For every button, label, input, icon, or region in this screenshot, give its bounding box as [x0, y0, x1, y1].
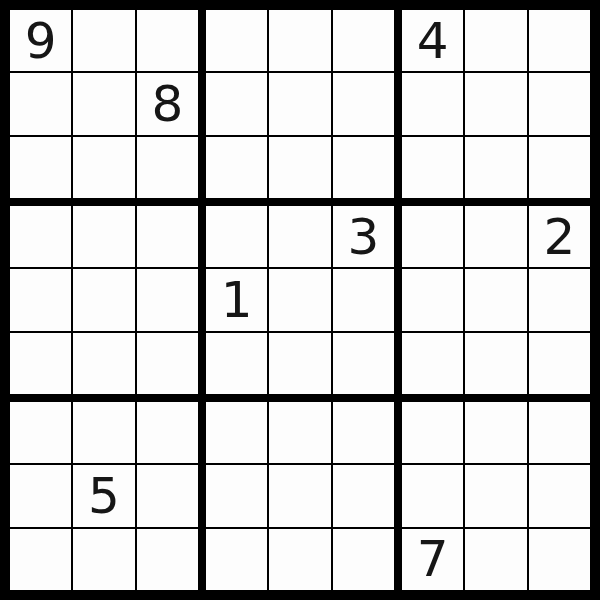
cell-r7c7[interactable]: [402, 402, 463, 463]
cell-r5c3[interactable]: [137, 269, 198, 330]
cell-r8c7[interactable]: [402, 465, 463, 526]
cell-r7c2[interactable]: [73, 402, 134, 463]
cell-r8c1[interactable]: [10, 465, 71, 526]
cell-r9c8[interactable]: [465, 529, 526, 590]
cell-r4c9[interactable]: 2: [529, 206, 590, 267]
cell-r1c6[interactable]: [333, 10, 394, 71]
cell-r4c7[interactable]: [402, 206, 463, 267]
cell-r4c8[interactable]: [465, 206, 526, 267]
given-digit: 9: [25, 16, 57, 66]
cell-r2c2[interactable]: [73, 73, 134, 134]
cell-r1c5[interactable]: [269, 10, 330, 71]
cell-r9c6[interactable]: [333, 529, 394, 590]
cell-r1c7[interactable]: 4: [402, 10, 463, 71]
cell-r2c3[interactable]: 8: [137, 73, 198, 134]
cell-r6c3[interactable]: [137, 333, 198, 394]
cell-r2c8[interactable]: [465, 73, 526, 134]
cell-r6c1[interactable]: [10, 333, 71, 394]
cell-r1c8[interactable]: [465, 10, 526, 71]
cell-r4c4[interactable]: [206, 206, 267, 267]
cell-r9c3[interactable]: [137, 529, 198, 590]
cell-r7c4[interactable]: [206, 402, 267, 463]
cell-r5c6[interactable]: [333, 269, 394, 330]
cell-r4c6[interactable]: 3: [333, 206, 394, 267]
cell-r9c5[interactable]: [269, 529, 330, 590]
cell-r2c6[interactable]: [333, 73, 394, 134]
cell-r5c4[interactable]: 1: [206, 269, 267, 330]
cell-r3c3[interactable]: [137, 137, 198, 198]
cell-r6c8[interactable]: [465, 333, 526, 394]
cell-r1c4[interactable]: [206, 10, 267, 71]
cell-r5c2[interactable]: [73, 269, 134, 330]
box-3-1: 5: [10, 402, 198, 590]
cell-r1c9[interactable]: [529, 10, 590, 71]
box-2-1: [10, 206, 198, 394]
given-digit: 2: [543, 212, 575, 262]
cell-r2c7[interactable]: [402, 73, 463, 134]
cell-r1c2[interactable]: [73, 10, 134, 71]
cell-r8c2[interactable]: 5: [73, 465, 134, 526]
cell-r3c6[interactable]: [333, 137, 394, 198]
cell-r8c9[interactable]: [529, 465, 590, 526]
cell-r3c7[interactable]: [402, 137, 463, 198]
cell-r3c9[interactable]: [529, 137, 590, 198]
box-2-3: 2: [402, 206, 590, 394]
cell-r8c6[interactable]: [333, 465, 394, 526]
given-digit: 1: [221, 275, 253, 325]
cell-r3c2[interactable]: [73, 137, 134, 198]
cell-r5c9[interactable]: [529, 269, 590, 330]
cell-r6c4[interactable]: [206, 333, 267, 394]
given-digit: 3: [347, 212, 379, 262]
cell-r8c4[interactable]: [206, 465, 267, 526]
cell-r6c9[interactable]: [529, 333, 590, 394]
cell-r4c1[interactable]: [10, 206, 71, 267]
cell-r1c1[interactable]: 9: [10, 10, 71, 71]
cell-r9c4[interactable]: [206, 529, 267, 590]
cell-r3c4[interactable]: [206, 137, 267, 198]
cell-r9c9[interactable]: [529, 529, 590, 590]
cell-r7c6[interactable]: [333, 402, 394, 463]
cell-r5c5[interactable]: [269, 269, 330, 330]
cell-r9c1[interactable]: [10, 529, 71, 590]
cell-r5c1[interactable]: [10, 269, 71, 330]
cell-r3c8[interactable]: [465, 137, 526, 198]
cell-r4c5[interactable]: [269, 206, 330, 267]
given-digit: 5: [88, 471, 120, 521]
cell-r7c3[interactable]: [137, 402, 198, 463]
cell-r9c7[interactable]: 7: [402, 529, 463, 590]
cell-r2c1[interactable]: [10, 73, 71, 134]
box-1-2: [206, 10, 394, 198]
cell-r8c3[interactable]: [137, 465, 198, 526]
cell-r4c2[interactable]: [73, 206, 134, 267]
cell-r1c3[interactable]: [137, 10, 198, 71]
cell-r7c1[interactable]: [10, 402, 71, 463]
cell-r7c5[interactable]: [269, 402, 330, 463]
cell-r2c5[interactable]: [269, 73, 330, 134]
cell-r4c3[interactable]: [137, 206, 198, 267]
cell-r3c5[interactable]: [269, 137, 330, 198]
sudoku-puzzle: 98431257: [0, 0, 600, 600]
cell-r7c8[interactable]: [465, 402, 526, 463]
cell-r2c9[interactable]: [529, 73, 590, 134]
box-1-3: 4: [402, 10, 590, 198]
box-3-2: [206, 402, 394, 590]
cell-r6c5[interactable]: [269, 333, 330, 394]
cell-r6c7[interactable]: [402, 333, 463, 394]
given-digit: 7: [417, 534, 449, 584]
cell-r5c7[interactable]: [402, 269, 463, 330]
sudoku-board: 98431257: [0, 0, 600, 600]
cell-r8c8[interactable]: [465, 465, 526, 526]
cell-r8c5[interactable]: [269, 465, 330, 526]
cell-r7c9[interactable]: [529, 402, 590, 463]
box-1-1: 98: [10, 10, 198, 198]
given-digit: 8: [151, 79, 183, 129]
cell-r9c2[interactable]: [73, 529, 134, 590]
cell-r5c8[interactable]: [465, 269, 526, 330]
cell-r2c4[interactable]: [206, 73, 267, 134]
box-2-2: 31: [206, 206, 394, 394]
given-digit: 4: [417, 16, 449, 66]
box-3-3: 7: [402, 402, 590, 590]
cell-r6c2[interactable]: [73, 333, 134, 394]
cell-r6c6[interactable]: [333, 333, 394, 394]
cell-r3c1[interactable]: [10, 137, 71, 198]
